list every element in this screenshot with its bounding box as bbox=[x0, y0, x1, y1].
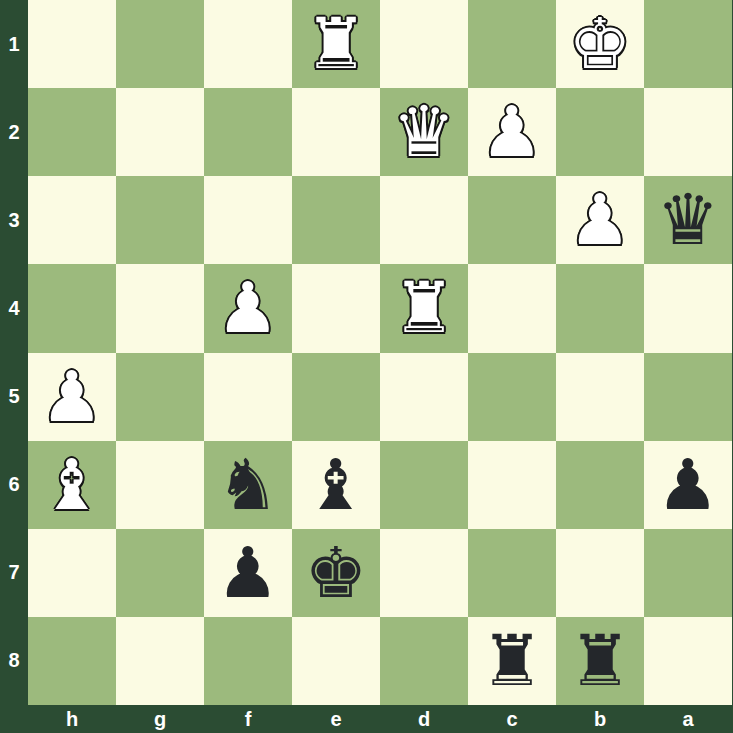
square-c1[interactable] bbox=[468, 0, 556, 88]
chess-board-frame: 12345678 ♜♚♛♟♟♛♟♜♟♝♞♝♟♟♚♜♜ hgfedcba bbox=[0, 0, 733, 733]
file-label-g: g bbox=[116, 705, 204, 733]
square-g1[interactable] bbox=[116, 0, 204, 88]
square-b3[interactable]: ♟ bbox=[556, 176, 644, 264]
square-a1[interactable] bbox=[644, 0, 732, 88]
square-b2[interactable] bbox=[556, 88, 644, 176]
square-g3[interactable] bbox=[116, 176, 204, 264]
rank-label-6: 6 bbox=[0, 441, 28, 529]
rank-label-2: 2 bbox=[0, 88, 28, 176]
square-h6[interactable]: ♝ bbox=[28, 441, 116, 529]
square-h4[interactable] bbox=[28, 264, 116, 352]
black-rook[interactable]: ♜ bbox=[569, 617, 632, 705]
square-e6[interactable]: ♝ bbox=[292, 441, 380, 529]
square-f3[interactable] bbox=[204, 176, 292, 264]
file-label-e: e bbox=[292, 705, 380, 733]
file-label-f: f bbox=[204, 705, 292, 733]
square-b7[interactable] bbox=[556, 529, 644, 617]
rank-label-8: 8 bbox=[0, 617, 28, 705]
square-e5[interactable] bbox=[292, 353, 380, 441]
black-queen[interactable]: ♛ bbox=[657, 176, 720, 264]
white-pawn[interactable]: ♟ bbox=[481, 88, 544, 176]
square-h8[interactable] bbox=[28, 617, 116, 705]
black-pawn[interactable]: ♟ bbox=[657, 441, 720, 529]
white-queen[interactable]: ♛ bbox=[393, 88, 456, 176]
black-pawn[interactable]: ♟ bbox=[217, 529, 280, 617]
square-g6[interactable] bbox=[116, 441, 204, 529]
square-g4[interactable] bbox=[116, 264, 204, 352]
square-c7[interactable] bbox=[468, 529, 556, 617]
file-label-c: c bbox=[468, 705, 556, 733]
square-c4[interactable] bbox=[468, 264, 556, 352]
square-a2[interactable] bbox=[644, 88, 732, 176]
square-b5[interactable] bbox=[556, 353, 644, 441]
rank-label-4: 4 bbox=[0, 264, 28, 352]
file-label-b: b bbox=[556, 705, 644, 733]
square-c6[interactable] bbox=[468, 441, 556, 529]
square-c5[interactable] bbox=[468, 353, 556, 441]
square-d8[interactable] bbox=[380, 617, 468, 705]
square-a5[interactable] bbox=[644, 353, 732, 441]
square-e7[interactable]: ♚ bbox=[292, 529, 380, 617]
square-b4[interactable] bbox=[556, 264, 644, 352]
black-king[interactable]: ♚ bbox=[305, 529, 368, 617]
square-d5[interactable] bbox=[380, 353, 468, 441]
white-pawn[interactable]: ♟ bbox=[569, 176, 632, 264]
file-labels: hgfedcba bbox=[28, 705, 732, 733]
square-g2[interactable] bbox=[116, 88, 204, 176]
white-bishop[interactable]: ♝ bbox=[41, 441, 104, 529]
black-bishop[interactable]: ♝ bbox=[305, 441, 368, 529]
square-e2[interactable] bbox=[292, 88, 380, 176]
chess-board: ♜♚♛♟♟♛♟♜♟♝♞♝♟♟♚♜♜ bbox=[28, 0, 732, 705]
rank-labels: 12345678 bbox=[0, 0, 28, 705]
square-h2[interactable] bbox=[28, 88, 116, 176]
square-d6[interactable] bbox=[380, 441, 468, 529]
square-f5[interactable] bbox=[204, 353, 292, 441]
square-e4[interactable] bbox=[292, 264, 380, 352]
square-h3[interactable] bbox=[28, 176, 116, 264]
square-a4[interactable] bbox=[644, 264, 732, 352]
square-d1[interactable] bbox=[380, 0, 468, 88]
rank-label-1: 1 bbox=[0, 0, 28, 88]
square-g5[interactable] bbox=[116, 353, 204, 441]
black-knight[interactable]: ♞ bbox=[217, 441, 280, 529]
square-d3[interactable] bbox=[380, 176, 468, 264]
square-c3[interactable] bbox=[468, 176, 556, 264]
square-h5[interactable]: ♟ bbox=[28, 353, 116, 441]
square-f1[interactable] bbox=[204, 0, 292, 88]
square-d4[interactable]: ♜ bbox=[380, 264, 468, 352]
square-f6[interactable]: ♞ bbox=[204, 441, 292, 529]
square-f4[interactable]: ♟ bbox=[204, 264, 292, 352]
square-f2[interactable] bbox=[204, 88, 292, 176]
square-e8[interactable] bbox=[292, 617, 380, 705]
square-a6[interactable]: ♟ bbox=[644, 441, 732, 529]
square-d7[interactable] bbox=[380, 529, 468, 617]
square-g7[interactable] bbox=[116, 529, 204, 617]
square-b6[interactable] bbox=[556, 441, 644, 529]
file-label-h: h bbox=[28, 705, 116, 733]
square-e1[interactable]: ♜ bbox=[292, 0, 380, 88]
square-f7[interactable]: ♟ bbox=[204, 529, 292, 617]
square-c2[interactable]: ♟ bbox=[468, 88, 556, 176]
square-a3[interactable]: ♛ bbox=[644, 176, 732, 264]
square-a8[interactable] bbox=[644, 617, 732, 705]
white-pawn[interactable]: ♟ bbox=[41, 353, 104, 441]
file-label-a: a bbox=[644, 705, 732, 733]
square-a7[interactable] bbox=[644, 529, 732, 617]
rank-label-5: 5 bbox=[0, 353, 28, 441]
square-g8[interactable] bbox=[116, 617, 204, 705]
square-b1[interactable]: ♚ bbox=[556, 0, 644, 88]
square-b8[interactable]: ♜ bbox=[556, 617, 644, 705]
white-rook[interactable]: ♜ bbox=[305, 0, 368, 88]
rank-label-3: 3 bbox=[0, 176, 28, 264]
square-d2[interactable]: ♛ bbox=[380, 88, 468, 176]
square-h1[interactable] bbox=[28, 0, 116, 88]
white-rook[interactable]: ♜ bbox=[393, 264, 456, 352]
square-f8[interactable] bbox=[204, 617, 292, 705]
black-rook[interactable]: ♜ bbox=[481, 617, 544, 705]
rank-label-7: 7 bbox=[0, 529, 28, 617]
file-label-d: d bbox=[380, 705, 468, 733]
square-h7[interactable] bbox=[28, 529, 116, 617]
white-pawn[interactable]: ♟ bbox=[217, 264, 280, 352]
square-c8[interactable]: ♜ bbox=[468, 617, 556, 705]
white-king[interactable]: ♚ bbox=[569, 0, 632, 88]
square-e3[interactable] bbox=[292, 176, 380, 264]
